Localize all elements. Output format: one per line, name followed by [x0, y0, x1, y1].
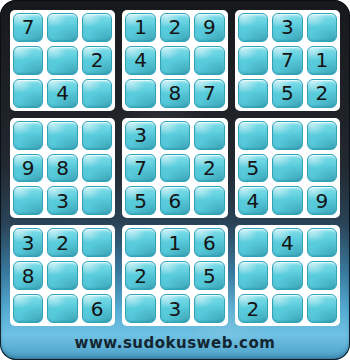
sudoku-cell: 9: [194, 13, 224, 42]
sudoku-cell: 7: [13, 13, 43, 42]
sudoku-grid: 724129487371529833725654932861625342: [10, 10, 340, 326]
sudoku-cell[interactable]: [160, 46, 190, 75]
sudoku-cell: 8: [13, 261, 43, 290]
sudoku-cell: 4: [238, 186, 268, 215]
sudoku-cell: 6: [194, 228, 224, 257]
sudoku-cell: 4: [272, 228, 302, 257]
sudoku-cell: 6: [82, 294, 112, 323]
sudoku-box: 42: [235, 225, 340, 326]
sudoku-cell: 5: [272, 79, 302, 108]
sudoku-cell[interactable]: [82, 154, 112, 183]
sudoku-cell[interactable]: [160, 261, 190, 290]
sudoku-cell[interactable]: [238, 228, 268, 257]
sudoku-cell[interactable]: [82, 261, 112, 290]
sudoku-cell[interactable]: [307, 228, 337, 257]
sudoku-cell: 1: [160, 228, 190, 257]
sudoku-cell[interactable]: [238, 121, 268, 150]
sudoku-cell: 4: [47, 79, 77, 108]
sudoku-cell: 3: [125, 121, 155, 150]
sudoku-box: 129487: [122, 10, 227, 111]
sudoku-cell[interactable]: [307, 294, 337, 323]
sudoku-cell: 4: [125, 46, 155, 75]
sudoku-cell[interactable]: [307, 154, 337, 183]
sudoku-cell[interactable]: [82, 228, 112, 257]
sudoku-cell[interactable]: [307, 121, 337, 150]
sudoku-cell[interactable]: [194, 46, 224, 75]
sudoku-cell[interactable]: [307, 13, 337, 42]
sudoku-box: 37152: [235, 10, 340, 111]
sudoku-cell[interactable]: [13, 186, 43, 215]
site-url: www.sudokusweb.com: [0, 333, 350, 353]
sudoku-box: 549: [235, 118, 340, 219]
sudoku-cell: 7: [272, 46, 302, 75]
sudoku-box: 16253: [122, 225, 227, 326]
sudoku-cell: 5: [194, 261, 224, 290]
sudoku-cell[interactable]: [272, 294, 302, 323]
sudoku-cell: 2: [47, 228, 77, 257]
sudoku-cell: 6: [160, 186, 190, 215]
sudoku-cell[interactable]: [82, 79, 112, 108]
sudoku-cell[interactable]: [238, 13, 268, 42]
sudoku-cell[interactable]: [13, 121, 43, 150]
sudoku-cell[interactable]: [82, 13, 112, 42]
sudoku-cell[interactable]: [13, 79, 43, 108]
sudoku-cell[interactable]: [13, 46, 43, 75]
sudoku-cell: 1: [125, 13, 155, 42]
sudoku-cell[interactable]: [238, 79, 268, 108]
sudoku-cell: 9: [307, 186, 337, 215]
sudoku-cell[interactable]: [272, 261, 302, 290]
sudoku-cell: 8: [160, 79, 190, 108]
sudoku-cell[interactable]: [82, 186, 112, 215]
sudoku-cell[interactable]: [47, 46, 77, 75]
sudoku-box: 724: [10, 10, 115, 111]
sudoku-cell: 7: [125, 154, 155, 183]
sudoku-cell: 5: [238, 154, 268, 183]
sudoku-cell[interactable]: [47, 121, 77, 150]
sudoku-cell[interactable]: [160, 154, 190, 183]
sudoku-cell[interactable]: [125, 294, 155, 323]
sudoku-box: 37256: [122, 118, 227, 219]
sudoku-cell[interactable]: [238, 46, 268, 75]
sudoku-cell: 3: [160, 294, 190, 323]
sudoku-cell[interactable]: [194, 294, 224, 323]
sudoku-cell: 3: [272, 13, 302, 42]
sudoku-cell: 2: [194, 154, 224, 183]
sudoku-cell[interactable]: [160, 121, 190, 150]
sudoku-cell: 2: [307, 79, 337, 108]
sudoku-cell[interactable]: [307, 261, 337, 290]
sudoku-cell[interactable]: [82, 121, 112, 150]
sudoku-cell: 2: [238, 294, 268, 323]
sudoku-cell[interactable]: [47, 294, 77, 323]
sudoku-cell[interactable]: [13, 294, 43, 323]
sudoku-cell[interactable]: [125, 79, 155, 108]
sudoku-cell[interactable]: [194, 186, 224, 215]
sudoku-cell: 7: [194, 79, 224, 108]
sudoku-cell[interactable]: [47, 13, 77, 42]
sudoku-cell[interactable]: [272, 121, 302, 150]
sudoku-cell: 9: [13, 154, 43, 183]
sudoku-cell: 2: [160, 13, 190, 42]
sudoku-cell: 2: [82, 46, 112, 75]
sudoku-cell: 3: [47, 186, 77, 215]
sudoku-box: 3286: [10, 225, 115, 326]
sudoku-box: 983: [10, 118, 115, 219]
sudoku-cell[interactable]: [238, 261, 268, 290]
sudoku-board: 724129487371529833725654932861625342 www…: [0, 0, 350, 360]
sudoku-cell[interactable]: [125, 228, 155, 257]
sudoku-cell: 5: [125, 186, 155, 215]
sudoku-cell: 8: [47, 154, 77, 183]
sudoku-cell: 2: [125, 261, 155, 290]
sudoku-cell: 1: [307, 46, 337, 75]
sudoku-cell[interactable]: [194, 121, 224, 150]
sudoku-cell[interactable]: [272, 186, 302, 215]
sudoku-cell[interactable]: [272, 154, 302, 183]
sudoku-cell[interactable]: [47, 261, 77, 290]
sudoku-cell: 3: [13, 228, 43, 257]
